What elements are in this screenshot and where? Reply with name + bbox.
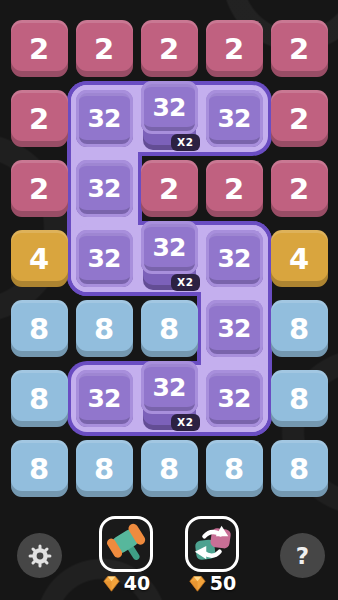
tile-value: 2 bbox=[289, 102, 309, 136]
tile-value: 8 bbox=[29, 312, 49, 346]
gem-icon bbox=[188, 575, 207, 592]
tile-r1c5-2[interactable]: 2 bbox=[271, 20, 328, 77]
tile-value: 32 bbox=[88, 244, 121, 273]
tile-face: 2 bbox=[206, 160, 263, 217]
multiplier-badge: X2 bbox=[171, 134, 199, 151]
tile-face: 8 bbox=[141, 440, 198, 497]
tile-value: 2 bbox=[29, 32, 49, 66]
swap-cost: 50 bbox=[177, 572, 247, 594]
tile-face: 2 bbox=[11, 160, 68, 217]
tile-value: 32 bbox=[88, 174, 121, 203]
swap-cost-value: 50 bbox=[210, 572, 236, 594]
tile-face: 2 bbox=[271, 160, 328, 217]
tile-value: 8 bbox=[94, 452, 114, 486]
tile-r6c4-32[interactable]: 32 bbox=[206, 370, 263, 427]
tile-face: 8 bbox=[76, 300, 133, 357]
tile-r1c1-2[interactable]: 2 bbox=[11, 20, 68, 77]
tile-face: 2 bbox=[11, 90, 68, 147]
tile-value: 8 bbox=[289, 312, 309, 346]
tile-face: 32 bbox=[76, 370, 133, 427]
tile-r7c4-8[interactable]: 8 bbox=[206, 440, 263, 497]
tile-face: 32 bbox=[76, 160, 133, 217]
tile-value: 32 bbox=[218, 384, 251, 413]
tile-r4c5-4[interactable]: 4 bbox=[271, 230, 328, 287]
tile-r1c3-2[interactable]: 2 bbox=[141, 20, 198, 77]
tile-r6c2-32[interactable]: 32 bbox=[76, 370, 133, 427]
tile-face: 2 bbox=[206, 20, 263, 77]
tile-value: 8 bbox=[289, 452, 309, 486]
tile-r2c4-32[interactable]: 32 bbox=[206, 90, 263, 147]
tile-r4c3-32[interactable]: 32X2 bbox=[141, 230, 198, 287]
hammer-icon bbox=[105, 523, 147, 565]
tile-value: 2 bbox=[289, 32, 309, 66]
settings-button[interactable] bbox=[17, 533, 62, 578]
tile-value: 8 bbox=[289, 382, 309, 416]
tile-face: 32 bbox=[141, 361, 198, 414]
gem-icon bbox=[102, 575, 121, 592]
tile-face: 8 bbox=[271, 370, 328, 427]
tile-value: 2 bbox=[94, 32, 114, 66]
tile-face: 2 bbox=[76, 20, 133, 77]
tile-r5c1-8[interactable]: 8 bbox=[11, 300, 68, 357]
tile-r5c5-8[interactable]: 8 bbox=[271, 300, 328, 357]
tile-r3c4-2[interactable]: 2 bbox=[206, 160, 263, 217]
tile-face: 8 bbox=[141, 300, 198, 357]
tile-r5c3-8[interactable]: 8 bbox=[141, 300, 198, 357]
tile-value: 2 bbox=[159, 172, 179, 206]
tile-value: 8 bbox=[159, 312, 179, 346]
tile-face: 32 bbox=[76, 90, 133, 147]
board: 2222223232X232223222243232X2324888328832… bbox=[0, 0, 338, 600]
tile-value: 32 bbox=[153, 373, 186, 402]
tile-face: 32 bbox=[76, 230, 133, 287]
tile-face: 8 bbox=[206, 440, 263, 497]
tile-r7c1-8[interactable]: 8 bbox=[11, 440, 68, 497]
tile-r7c3-8[interactable]: 8 bbox=[141, 440, 198, 497]
tile-r4c4-32[interactable]: 32 bbox=[206, 230, 263, 287]
tile-face: 2 bbox=[141, 160, 198, 217]
tile-face: 8 bbox=[11, 370, 68, 427]
tile-value: 8 bbox=[159, 452, 179, 486]
tile-value: 2 bbox=[224, 32, 244, 66]
tile-r3c3-2[interactable]: 2 bbox=[141, 160, 198, 217]
swap-icon bbox=[191, 523, 233, 565]
tile-face: 8 bbox=[11, 300, 68, 357]
tile-face: 4 bbox=[11, 230, 68, 287]
multiplier-badge: X2 bbox=[171, 274, 199, 291]
tile-value: 32 bbox=[218, 314, 251, 343]
tile-r2c3-32[interactable]: 32X2 bbox=[141, 90, 198, 147]
tile-r2c5-2[interactable]: 2 bbox=[271, 90, 328, 147]
tile-value: 4 bbox=[289, 242, 309, 276]
tile-value: 2 bbox=[224, 172, 244, 206]
question-icon: ? bbox=[296, 543, 309, 569]
tile-value: 8 bbox=[224, 452, 244, 486]
tile-r4c2-32[interactable]: 32 bbox=[76, 230, 133, 287]
tile-value: 8 bbox=[29, 452, 49, 486]
tile-r1c2-2[interactable]: 2 bbox=[76, 20, 133, 77]
tile-face: 32 bbox=[141, 81, 198, 134]
multiplier-badge: X2 bbox=[171, 414, 199, 431]
tile-r6c1-8[interactable]: 8 bbox=[11, 370, 68, 427]
tile-face: 8 bbox=[11, 440, 68, 497]
tile-face: 4 bbox=[271, 230, 328, 287]
tile-face: 32 bbox=[206, 90, 263, 147]
tile-value: 8 bbox=[94, 312, 114, 346]
tile-r6c3-32[interactable]: 32X2 bbox=[141, 370, 198, 427]
tile-face: 8 bbox=[271, 440, 328, 497]
tile-r5c4-32[interactable]: 32 bbox=[206, 300, 263, 357]
tile-value: 32 bbox=[88, 384, 121, 413]
tile-value: 32 bbox=[153, 233, 186, 262]
tile-face: 2 bbox=[141, 20, 198, 77]
tile-value: 2 bbox=[29, 172, 49, 206]
hammer-cost: 40 bbox=[91, 572, 161, 594]
tile-r3c5-2[interactable]: 2 bbox=[271, 160, 328, 217]
swap-booster-button[interactable] bbox=[185, 516, 239, 572]
hammer-cost-value: 40 bbox=[124, 572, 150, 594]
tile-face: 8 bbox=[271, 300, 328, 357]
tile-value: 32 bbox=[88, 104, 121, 133]
tile-r6c5-8[interactable]: 8 bbox=[271, 370, 328, 427]
tile-value: 32 bbox=[218, 244, 251, 273]
tile-r1c4-2[interactable]: 2 bbox=[206, 20, 263, 77]
gear-icon bbox=[26, 542, 54, 570]
tile-r3c2-32[interactable]: 32 bbox=[76, 160, 133, 217]
hammer-booster-button[interactable] bbox=[99, 516, 153, 572]
tile-face: 2 bbox=[11, 20, 68, 77]
tile-value: 32 bbox=[218, 104, 251, 133]
tile-value: 32 bbox=[153, 93, 186, 122]
tile-face: 32 bbox=[206, 300, 263, 357]
tile-face: 32 bbox=[141, 221, 198, 274]
tile-face: 2 bbox=[271, 20, 328, 77]
tile-r4c1-4[interactable]: 4 bbox=[11, 230, 68, 287]
tile-value: 4 bbox=[29, 242, 49, 276]
tile-r2c1-2[interactable]: 2 bbox=[11, 90, 68, 147]
tile-r2c2-32[interactable]: 32 bbox=[76, 90, 133, 147]
tile-face: 32 bbox=[206, 370, 263, 427]
tile-value: 8 bbox=[29, 382, 49, 416]
tile-value: 2 bbox=[289, 172, 309, 206]
tile-r5c2-8[interactable]: 8 bbox=[76, 300, 133, 357]
tile-r7c2-8[interactable]: 8 bbox=[76, 440, 133, 497]
tile-r7c5-8[interactable]: 8 bbox=[271, 440, 328, 497]
help-button[interactable]: ? bbox=[280, 533, 325, 578]
tile-face: 2 bbox=[271, 90, 328, 147]
tile-face: 8 bbox=[76, 440, 133, 497]
tile-value: 2 bbox=[159, 32, 179, 66]
tile-r3c1-2[interactable]: 2 bbox=[11, 160, 68, 217]
tile-face: 32 bbox=[206, 230, 263, 287]
tile-value: 2 bbox=[29, 102, 49, 136]
